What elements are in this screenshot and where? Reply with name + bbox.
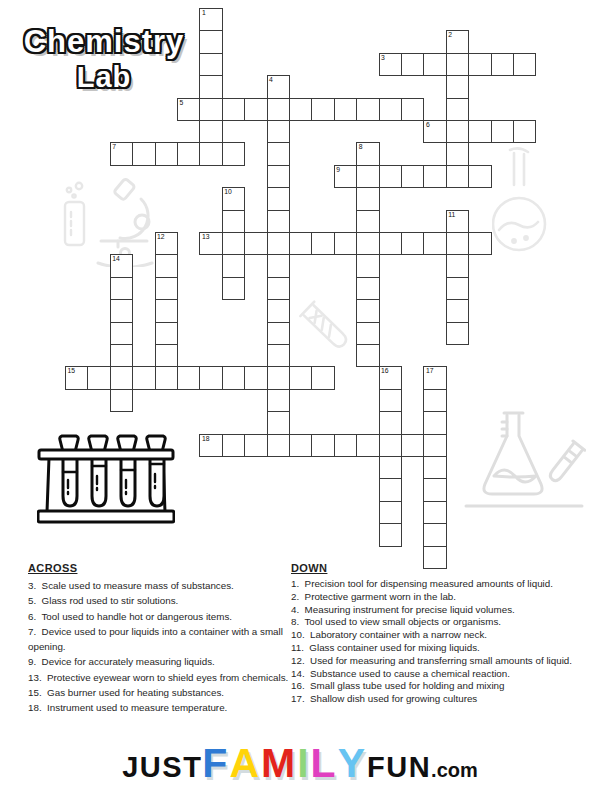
grid-cell-r15c2[interactable] <box>110 344 133 367</box>
grid-cell-r19c6[interactable]: 18 <box>199 434 222 457</box>
across-clue-5: 5. Glass rod used to stir solutions. <box>28 593 291 608</box>
grid-cell-r14c13[interactable] <box>356 322 379 345</box>
grid-cell-r16c14[interactable]: 16 <box>379 366 402 389</box>
grid-cell-r6c4[interactable] <box>155 142 178 165</box>
grid-cell-r18c9[interactable] <box>267 411 290 434</box>
grid-cell-r16c8[interactable] <box>244 366 267 389</box>
grid-cell-r11c13[interactable] <box>356 254 379 277</box>
grid-cell-r15c13[interactable] <box>356 344 379 367</box>
grid-cell-r4c12[interactable] <box>334 98 357 121</box>
grid-cell-r1c6[interactable] <box>199 30 222 53</box>
grid-cell-r2c6[interactable] <box>199 53 222 76</box>
grid-cell-r18c14[interactable] <box>379 411 402 434</box>
grid-cell-r6c7[interactable] <box>222 142 245 165</box>
logo-segment-fun: FUN <box>367 751 431 784</box>
cell-number-14: 14 <box>112 255 120 263</box>
grid-cell-r19c13[interactable] <box>356 434 379 457</box>
cell-number-16: 16 <box>381 367 389 375</box>
grid-cell-r19c11[interactable] <box>311 434 334 457</box>
grid-cell-r10c17[interactable] <box>446 232 469 255</box>
grid-cell-r6c5[interactable] <box>177 142 200 165</box>
grid-cell-r19c8[interactable] <box>244 434 267 457</box>
grid-cell-r11c9[interactable] <box>267 254 290 277</box>
grid-cell-r16c5[interactable] <box>177 366 200 389</box>
cell-number-18: 18 <box>202 435 210 443</box>
grid-cell-r11c4[interactable] <box>155 254 178 277</box>
grid-cell-r9c17[interactable]: 11 <box>446 210 469 233</box>
grid-cell-r12c17[interactable] <box>446 277 469 300</box>
grid-cell-r13c4[interactable] <box>155 299 178 322</box>
down-clue-list: 1. Precision tool for dispensing measure… <box>291 578 579 706</box>
grid-cell-r4c10[interactable] <box>289 98 312 121</box>
down-clue-16: 16. Small glass tube used for holding an… <box>291 680 579 693</box>
grid-cell-r16c16[interactable]: 17 <box>423 366 446 389</box>
grid-cell-r19c7[interactable] <box>222 434 245 457</box>
grid-cell-r13c9[interactable] <box>267 299 290 322</box>
grid-cell-r19c12[interactable] <box>334 434 357 457</box>
grid-cell-r16c11[interactable] <box>311 366 334 389</box>
across-clue-13: 13. Protective eyewear worn to shield ey… <box>28 670 291 685</box>
grid-cell-r3c17[interactable] <box>446 75 469 98</box>
cell-number-13: 13 <box>202 233 210 241</box>
grid-cell-r6c13[interactable]: 8 <box>356 142 379 165</box>
grid-cell-r5c20[interactable] <box>513 120 536 143</box>
grid-cell-r10c6[interactable]: 13 <box>199 232 222 255</box>
grid-cell-r6c17[interactable] <box>446 142 469 165</box>
grid-cell-r16c6[interactable] <box>199 366 222 389</box>
grid-cell-r14c4[interactable] <box>155 322 178 345</box>
cell-number-9: 9 <box>336 166 340 174</box>
cell-number-5: 5 <box>180 99 184 107</box>
grid-cell-r16c1[interactable] <box>87 366 110 389</box>
grid-cell-r19c16[interactable] <box>423 434 446 457</box>
grid-cell-r0c6[interactable]: 1 <box>199 8 222 31</box>
cell-number-6: 6 <box>426 121 430 129</box>
grid-cell-r23c14[interactable] <box>379 523 402 546</box>
down-header: DOWN <box>291 562 579 574</box>
grid-cell-r2c20[interactable] <box>513 53 536 76</box>
grid-cell-r22c16[interactable] <box>423 501 446 524</box>
grid-cell-r14c9[interactable] <box>267 322 290 345</box>
grid-cell-r10c7[interactable] <box>222 232 245 255</box>
down-clue-11: 11. Glass container used for mixing liqu… <box>291 642 579 655</box>
grid-cell-r4c6[interactable] <box>199 98 222 121</box>
grid-cell-r17c9[interactable] <box>267 389 290 412</box>
grid-cell-r21c14[interactable] <box>379 478 402 501</box>
grid-cell-r2c18[interactable] <box>468 53 491 76</box>
grid-cell-r7c14[interactable] <box>379 165 402 188</box>
grid-cell-r17c14[interactable] <box>379 389 402 412</box>
grid-cell-r7c9[interactable] <box>267 165 290 188</box>
grid-cell-r4c15[interactable] <box>401 98 424 121</box>
grid-cell-r1c17[interactable]: 2 <box>446 30 469 53</box>
grid-cell-r12c9[interactable] <box>267 277 290 300</box>
down-clue-17: 17. Shallow dish used for growing cultur… <box>291 693 579 706</box>
grid-cell-r16c0[interactable]: 15 <box>65 366 88 389</box>
across-clue-list: 3. Scale used to measure mass of substan… <box>28 578 291 716</box>
grid-cell-r23c16[interactable] <box>423 523 446 546</box>
logo-segment-just: JUST <box>122 751 202 784</box>
grid-cell-r16c4[interactable] <box>155 366 178 389</box>
logo-segment-f: F <box>202 740 229 787</box>
grid-cell-r5c19[interactable] <box>491 120 514 143</box>
grid-cell-r5c16[interactable]: 6 <box>423 120 446 143</box>
grid-cell-r12c4[interactable] <box>155 277 178 300</box>
across-header: ACROSS <box>28 562 291 574</box>
grid-cell-r10c15[interactable] <box>401 232 424 255</box>
grid-cell-r16c7[interactable] <box>222 366 245 389</box>
grid-cell-r16c10[interactable] <box>289 366 312 389</box>
cell-number-15: 15 <box>68 367 76 375</box>
across-clue-3: 3. Scale used to measure mass of substan… <box>28 578 291 593</box>
grid-cell-r8c7[interactable]: 10 <box>222 187 245 210</box>
grid-cell-r4c14[interactable] <box>379 98 402 121</box>
cell-number-8: 8 <box>359 143 363 151</box>
down-clues-section: DOWN 1. Precision tool for dispensing me… <box>291 562 579 706</box>
grid-cell-r16c9[interactable] <box>267 366 290 389</box>
cell-number-7: 7 <box>112 143 116 151</box>
grid-cell-r9c7[interactable] <box>222 210 245 233</box>
down-clue-1: 1. Precision tool for dispensing measure… <box>291 578 579 591</box>
logo-segment-y: Y <box>338 740 367 787</box>
grid-cell-r10c11[interactable] <box>311 232 334 255</box>
crossword-worksheet-page: Chemistry Lab <box>0 0 600 800</box>
cell-number-17: 17 <box>426 367 434 375</box>
cell-number-12: 12 <box>157 233 165 241</box>
grid-cell-r11c7[interactable] <box>222 254 245 277</box>
grid-cell-r19c10[interactable] <box>289 434 312 457</box>
across-clue-7: 7. Device used to pour liquids into a co… <box>28 624 291 655</box>
grid-cell-r10c8[interactable] <box>244 232 267 255</box>
grid-cell-r13c13[interactable] <box>356 299 379 322</box>
grid-cell-r10c18[interactable] <box>468 232 491 255</box>
down-clue-2: 2. Protective garment worn in the lab. <box>291 591 579 604</box>
grid-cell-r2c16[interactable] <box>423 53 446 76</box>
grid-cell-r6c3[interactable] <box>132 142 155 165</box>
across-clues-section: ACROSS 3. Scale used to measure mass of … <box>28 562 291 716</box>
grid-cell-r7c15[interactable] <box>401 165 424 188</box>
logo-segment-a: A <box>229 740 261 787</box>
cell-number-10: 10 <box>224 188 232 196</box>
grid-cell-r15c9[interactable] <box>267 344 290 367</box>
grid-cell-r17c16[interactable] <box>423 389 446 412</box>
across-clue-9: 9. Device for accurately measuring liqui… <box>28 654 291 669</box>
grid-cell-r21c16[interactable] <box>423 478 446 501</box>
grid-cell-r5c6[interactable] <box>199 120 222 143</box>
grid-cell-r2c19[interactable] <box>491 53 514 76</box>
grid-cell-r12c13[interactable] <box>356 277 379 300</box>
grid-cell-r7c12[interactable]: 9 <box>334 165 357 188</box>
grid-cell-r3c9[interactable]: 4 <box>267 75 290 98</box>
grid-cell-r5c17[interactable] <box>446 120 469 143</box>
grid-cell-r4c9[interactable] <box>267 98 290 121</box>
grid-cell-r13c2[interactable] <box>110 299 133 322</box>
cell-number-11: 11 <box>448 211 455 219</box>
grid-cell-r19c15[interactable] <box>401 434 424 457</box>
grid-cell-r10c13[interactable] <box>356 232 379 255</box>
down-clue-14: 14. Substance used to cause a chemical r… <box>291 668 579 681</box>
grid-cell-r11c17[interactable] <box>446 254 469 277</box>
grid-cell-r20c14[interactable] <box>379 456 402 479</box>
grid-cell-r10c16[interactable] <box>423 232 446 255</box>
across-clue-6: 6. Tool used to handle hot or dangerous … <box>28 609 291 624</box>
cell-number-3: 3 <box>381 54 385 62</box>
grid-cell-r4c8[interactable] <box>244 98 267 121</box>
logo-segment-l: L <box>311 740 338 787</box>
grid-cell-r8c13[interactable] <box>356 187 379 210</box>
grid-cell-r13c17[interactable] <box>446 299 469 322</box>
grid-cell-r18c16[interactable] <box>423 411 446 434</box>
just-family-fun-logo: JUSTFAMILYFUN.com <box>0 740 600 796</box>
grid-cell-r9c13[interactable] <box>356 210 379 233</box>
grid-cell-r6c9[interactable] <box>267 142 290 165</box>
grid-cell-r4c13[interactable] <box>356 98 379 121</box>
grid-cell-r9c9[interactable] <box>267 210 290 233</box>
down-clue-8: 8. Tool used to view small objects or or… <box>291 616 579 629</box>
grid-cell-r4c11[interactable] <box>311 98 334 121</box>
grid-cell-r10c14[interactable] <box>379 232 402 255</box>
grid-cell-r4c5[interactable]: 5 <box>177 98 200 121</box>
cell-number-2: 2 <box>448 31 452 39</box>
grid-cell-r4c17[interactable] <box>446 98 469 121</box>
grid-cell-r7c17[interactable] <box>446 165 469 188</box>
grid-cell-r10c4[interactable]: 12 <box>155 232 178 255</box>
grid-cell-r7c16[interactable] <box>423 165 446 188</box>
grid-cell-r4c7[interactable] <box>222 98 245 121</box>
down-clue-4: 4. Measuring instrument for precise liqu… <box>291 604 579 617</box>
grid-cell-r3c6[interactable] <box>199 75 222 98</box>
grid-cell-r20c16[interactable] <box>423 456 446 479</box>
grid-cell-r6c2[interactable]: 7 <box>110 142 133 165</box>
grid-cell-r17c2[interactable] <box>110 389 133 412</box>
grid-cell-r14c17[interactable] <box>446 322 469 345</box>
grid-cell-r6c6[interactable] <box>199 142 222 165</box>
logo-segment-m: M <box>261 740 297 787</box>
grid-cell-r11c2[interactable]: 14 <box>110 254 133 277</box>
grid-cell-r10c12[interactable] <box>334 232 357 255</box>
grid-cell-r15c4[interactable] <box>155 344 178 367</box>
down-clue-12: 12. Used for measuring and transferring … <box>291 655 579 668</box>
cell-number-1: 1 <box>202 9 206 17</box>
grid-cell-r2c17[interactable] <box>446 53 469 76</box>
grid-cell-r19c14[interactable] <box>379 434 402 457</box>
grid-cell-r16c3[interactable] <box>132 366 155 389</box>
grid-cell-r16c2[interactable] <box>110 366 133 389</box>
grid-cell-r2c15[interactable] <box>401 53 424 76</box>
grid-cell-r10c9[interactable] <box>267 232 290 255</box>
grid-cell-r5c18[interactable] <box>468 120 491 143</box>
grid-cell-r8c9[interactable] <box>267 187 290 210</box>
across-clue-15: 15. Gas burner used for heating substanc… <box>28 685 291 700</box>
logo-segment-i: I <box>297 740 310 787</box>
grid-cell-r12c7[interactable] <box>222 277 245 300</box>
grid-cell-r12c2[interactable] <box>110 277 133 300</box>
crossword-grid[interactable]: 123456789101112131415161718 <box>65 8 537 570</box>
grid-cell-r19c9[interactable] <box>267 434 290 457</box>
grid-cell-r10c10[interactable] <box>289 232 312 255</box>
grid-cell-r2c14[interactable]: 3 <box>379 53 402 76</box>
grid-cell-r7c18[interactable] <box>468 165 491 188</box>
across-clue-18: 18. Instrument used to measure temperatu… <box>28 700 291 715</box>
logo-segment-com: .com <box>431 759 478 782</box>
grid-cell-r7c13[interactable] <box>356 165 379 188</box>
grid-cell-r5c9[interactable] <box>267 120 290 143</box>
grid-cell-r22c14[interactable] <box>379 501 402 524</box>
grid-cell-r14c2[interactable] <box>110 322 133 345</box>
cell-number-4: 4 <box>269 76 273 84</box>
down-clue-10: 10. Laboratory container with a narrow n… <box>291 629 579 642</box>
